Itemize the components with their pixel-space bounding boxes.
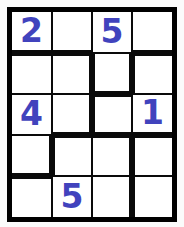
cell-r2c1[interactable] — [12, 53, 52, 94]
cell-r5c2[interactable]: 5 — [52, 176, 92, 217]
cell-r1c3[interactable]: 5 — [92, 12, 132, 53]
cell-r4c4[interactable] — [132, 135, 172, 176]
given-digit: 1 — [141, 96, 164, 129]
cell-r5c3[interactable] — [92, 176, 132, 217]
cell-r1c1[interactable]: 2 — [12, 12, 52, 53]
cell-r2c4[interactable] — [132, 53, 172, 94]
suguru-board: 25415 — [7, 7, 177, 222]
given-digit: 4 — [20, 97, 43, 130]
cell-r3c1[interactable]: 4 — [12, 94, 52, 135]
given-digit: 5 — [101, 15, 124, 48]
cell-r4c1[interactable] — [12, 135, 52, 176]
cell-r1c4[interactable] — [132, 12, 172, 53]
given-digit: 5 — [61, 180, 84, 213]
cell-r3c4[interactable]: 1 — [132, 94, 172, 135]
page: { "game": "suguru", "board": { "rows": 5… — [0, 0, 184, 227]
cell-r4c2[interactable] — [52, 135, 92, 176]
cell-r4c3[interactable] — [92, 135, 132, 176]
cell-r3c3[interactable] — [92, 94, 132, 135]
cell-r5c4[interactable] — [132, 176, 172, 217]
given-digit: 2 — [20, 14, 43, 47]
cell-r2c3[interactable] — [92, 53, 132, 94]
cell-r1c2[interactable] — [52, 12, 92, 53]
cell-r5c1[interactable] — [12, 176, 52, 217]
cell-r2c2[interactable] — [52, 53, 92, 94]
cell-r3c2[interactable] — [52, 94, 92, 135]
